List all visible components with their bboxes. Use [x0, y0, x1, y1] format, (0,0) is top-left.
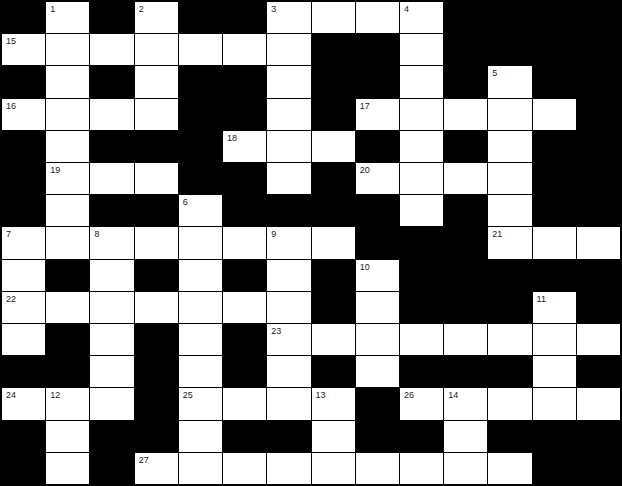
cell-r8c3-white[interactable]: 8: [90, 227, 133, 258]
cell-r7c1-black: [2, 195, 45, 226]
cell-r14c5-white[interactable]: [179, 421, 222, 452]
cell-r6c4-white[interactable]: [135, 163, 178, 194]
clue-number-24: 24: [6, 390, 16, 400]
cell-r1c12-black: [488, 2, 531, 33]
clue-number-13: 13: [316, 390, 326, 400]
cell-r7c6-black: [223, 195, 266, 226]
cell-r2c9-black: [356, 34, 399, 65]
clue-number-9: 9: [271, 229, 276, 239]
cell-r1c11-black: [444, 2, 487, 33]
clue-number-11: 11: [537, 294, 546, 304]
cell-r5c2-white[interactable]: [46, 131, 89, 162]
cell-r2c3-white[interactable]: [90, 34, 133, 65]
cell-r13c1-white[interactable]: 24: [2, 388, 45, 419]
cell-r13c13-white[interactable]: [533, 388, 576, 419]
cell-r8c6-white[interactable]: [223, 227, 266, 258]
cell-r4c10-white[interactable]: [400, 99, 443, 130]
cell-r10c6-white[interactable]: [223, 292, 266, 323]
cell-r1c2-white[interactable]: 1: [46, 2, 89, 33]
cell-r5c11-black: [444, 131, 487, 162]
cell-r6c2-white[interactable]: 19: [46, 163, 89, 194]
cell-r1c8-white[interactable]: [312, 2, 355, 33]
cell-r12c10-black: [400, 356, 443, 387]
cell-r12c12-black: [488, 356, 531, 387]
cell-r3c12-white[interactable]: 5: [488, 66, 531, 97]
cell-r12c9-white[interactable]: [356, 356, 399, 387]
cell-r7c14-black: [577, 195, 620, 226]
cell-r15c1-black: [2, 453, 45, 484]
cell-r12c6-black: [223, 356, 266, 387]
clue-number-21: 21: [492, 229, 502, 239]
cell-r9c7-white[interactable]: [267, 260, 310, 291]
clue-number-1: 1: [50, 4, 55, 14]
cell-r1c13-black: [533, 2, 576, 33]
cell-r6c1-black: [2, 163, 45, 194]
cell-r10c12-black: [488, 292, 531, 323]
cell-r3c1-black: [2, 66, 45, 97]
cell-r3c9-black: [356, 66, 399, 97]
cell-r2c14-black: [577, 34, 620, 65]
cell-r4c11-white[interactable]: [444, 99, 487, 130]
cell-r4c2-white[interactable]: [46, 99, 89, 130]
cell-r9c1-white[interactable]: [2, 260, 45, 291]
clue-number-10: 10: [360, 262, 370, 272]
clue-number-20: 20: [360, 165, 370, 175]
cell-r8c10-black: [400, 227, 443, 258]
cell-r9c11-black: [444, 260, 487, 291]
cell-r13c3-white[interactable]: [90, 388, 133, 419]
cell-r9c9-white[interactable]: 10: [356, 260, 399, 291]
clue-number-12: 12: [50, 390, 60, 400]
cell-r15c13-black: [533, 453, 576, 484]
cell-r12c8-black: [312, 356, 355, 387]
clue-number-3: 3: [271, 4, 276, 14]
cell-r5c14-black: [577, 131, 620, 162]
cell-r13c14-white[interactable]: [577, 388, 620, 419]
clue-number-23: 23: [271, 326, 281, 336]
cell-r2c12-black: [488, 34, 531, 65]
cell-r15c4-white[interactable]: 27: [135, 453, 178, 484]
cell-r15c9-white[interactable]: [356, 453, 399, 484]
cell-r10c7-white[interactable]: [267, 292, 310, 323]
cell-r3c3-black: [90, 66, 133, 97]
cell-r7c3-black: [90, 195, 133, 226]
cell-r8c1-white[interactable]: 7: [2, 227, 45, 258]
cell-r12c1-black: [2, 356, 45, 387]
cell-r13c12-white[interactable]: [488, 388, 531, 419]
cell-r5c3-black: [90, 131, 133, 162]
cell-r13c7-white[interactable]: [267, 388, 310, 419]
cell-r15c2-white[interactable]: [46, 453, 89, 484]
cell-r9c8-black: [312, 260, 355, 291]
cell-r3c8-black: [312, 66, 355, 97]
cell-r3c6-black: [223, 66, 266, 97]
cell-r12c7-white[interactable]: [267, 356, 310, 387]
clue-number-26: 26: [404, 390, 414, 400]
cell-r3c11-black: [444, 66, 487, 97]
cell-r8c4-white[interactable]: [135, 227, 178, 258]
cell-r3c7-white[interactable]: [267, 66, 310, 97]
cell-r4c7-white[interactable]: [267, 99, 310, 130]
cell-r3c13-black: [533, 66, 576, 97]
cell-r4c9-white[interactable]: 17: [356, 99, 399, 130]
cell-r5c13-black: [533, 131, 576, 162]
cell-r13c11-white[interactable]: 14: [444, 388, 487, 419]
cell-r12c14-black: [577, 356, 620, 387]
cell-r2c10-white[interactable]: [400, 34, 443, 65]
cell-r11c9-white[interactable]: [356, 324, 399, 355]
cell-r13c6-white[interactable]: [223, 388, 266, 419]
cell-r7c10-white[interactable]: [400, 195, 443, 226]
cell-r11c2-black: [46, 324, 89, 355]
cell-r11c14-white[interactable]: [577, 324, 620, 355]
cell-r7c11-black: [444, 195, 487, 226]
cell-r6c12-white[interactable]: [488, 163, 531, 194]
cell-r5c4-black: [135, 131, 178, 162]
cell-r8c7-white[interactable]: 9: [267, 227, 310, 258]
cell-r8c5-white[interactable]: [179, 227, 222, 258]
cell-r1c7-white[interactable]: 3: [267, 2, 310, 33]
cell-r9c3-white[interactable]: [90, 260, 133, 291]
cell-r5c1-black: [2, 131, 45, 162]
cell-r15c6-white[interactable]: [223, 453, 266, 484]
cell-r14c2-white[interactable]: [46, 421, 89, 452]
cell-r14c9-black: [356, 421, 399, 452]
cell-r10c10-black: [400, 292, 443, 323]
cell-r10c4-white[interactable]: [135, 292, 178, 323]
cell-r15c7-white[interactable]: [267, 453, 310, 484]
cell-r1c3-black: [90, 2, 133, 33]
cell-r12c3-white[interactable]: [90, 356, 133, 387]
cell-r2c2-white[interactable]: [46, 34, 89, 65]
clue-number-4: 4: [404, 4, 409, 14]
cell-r7c12-white[interactable]: [488, 195, 531, 226]
cell-r4c5-black: [179, 99, 222, 130]
cell-r11c13-white[interactable]: [533, 324, 576, 355]
cell-r13c8-white[interactable]: 13: [312, 388, 355, 419]
cell-r7c7-black: [267, 195, 310, 226]
cell-r14c8-white[interactable]: [312, 421, 355, 452]
cell-r4c3-white[interactable]: [90, 99, 133, 130]
cell-r2c8-black: [312, 34, 355, 65]
cell-r6c8-black: [312, 163, 355, 194]
cell-r7c2-white[interactable]: [46, 195, 89, 226]
cell-r8c8-white[interactable]: [312, 227, 355, 258]
cell-r6c5-black: [179, 163, 222, 194]
cell-r13c5-white[interactable]: 25: [179, 388, 222, 419]
cell-r3c4-white[interactable]: [135, 66, 178, 97]
clue-number-2: 2: [139, 4, 144, 14]
cell-r12c4-black: [135, 356, 178, 387]
cell-r5c9-black: [356, 131, 399, 162]
clue-number-16: 16: [6, 101, 16, 111]
cell-r11c3-white[interactable]: [90, 324, 133, 355]
cell-r10c13-white[interactable]: 11: [533, 292, 576, 323]
cell-r6c6-black: [223, 163, 266, 194]
cell-r2c7-white[interactable]: [267, 34, 310, 65]
cell-r13c2-white[interactable]: 12: [46, 388, 89, 419]
cell-r4c13-white[interactable]: [533, 99, 576, 130]
cell-r4c12-white[interactable]: [488, 99, 531, 130]
cell-r4c1-white[interactable]: 16: [2, 99, 45, 130]
clue-number-22: 22: [6, 294, 16, 304]
clue-number-19: 19: [50, 165, 60, 175]
cell-r5c5-black: [179, 131, 222, 162]
cell-r11c10-white[interactable]: [400, 324, 443, 355]
cell-r12c13-white[interactable]: [533, 356, 576, 387]
cell-r15c8-white[interactable]: [312, 453, 355, 484]
cell-r8c14-white[interactable]: [577, 227, 620, 258]
cell-r4c14-black: [577, 99, 620, 130]
cell-r14c13-black: [533, 421, 576, 452]
cell-r14c12-black: [488, 421, 531, 452]
cell-r15c11-white[interactable]: [444, 453, 487, 484]
cell-r1c14-black: [577, 2, 620, 33]
cell-r10c11-black: [444, 292, 487, 323]
cell-r2c1-white[interactable]: 15: [2, 34, 45, 65]
cell-r2c13-black: [533, 34, 576, 65]
cell-r9c6-black: [223, 260, 266, 291]
cell-r3c14-black: [577, 66, 620, 97]
cell-r14c1-black: [2, 421, 45, 452]
cell-r14c3-black: [90, 421, 133, 452]
cell-r9c2-black: [46, 260, 89, 291]
cell-r6c7-white[interactable]: [267, 163, 310, 194]
cell-r7c8-black: [312, 195, 355, 226]
cell-r5c12-white[interactable]: [488, 131, 531, 162]
cell-r8c11-black: [444, 227, 487, 258]
cell-r15c14-black: [577, 453, 620, 484]
cell-r6c11-white[interactable]: [444, 163, 487, 194]
cell-r5c7-white[interactable]: [267, 131, 310, 162]
crossword-grid: 1234155161718192067892110221123241225132…: [0, 0, 622, 486]
cell-r1c1-black: [2, 2, 45, 33]
cell-r6c3-white[interactable]: [90, 163, 133, 194]
cell-r8c13-white[interactable]: [533, 227, 576, 258]
cell-r5c10-white[interactable]: [400, 131, 443, 162]
cell-r14c4-black: [135, 421, 178, 452]
cell-r14c11-white[interactable]: [444, 421, 487, 452]
cell-r10c5-white[interactable]: [179, 292, 222, 323]
cell-r14c10-black: [400, 421, 443, 452]
cell-r11c1-white[interactable]: [2, 324, 45, 355]
cell-r1c9-white[interactable]: [356, 2, 399, 33]
cell-r9c10-black: [400, 260, 443, 291]
cell-r14c14-black: [577, 421, 620, 452]
clue-number-17: 17: [360, 101, 370, 111]
clue-number-15: 15: [6, 36, 16, 46]
clue-number-5: 5: [492, 68, 497, 78]
cell-r3c2-white[interactable]: [46, 66, 89, 97]
crossword-puzzle: 1234155161718192067892110221123241225132…: [0, 0, 622, 486]
cell-r9c4-black: [135, 260, 178, 291]
cell-r6c9-white[interactable]: 20: [356, 163, 399, 194]
cell-r8c12-white[interactable]: 21: [488, 227, 531, 258]
cell-r12c5-white[interactable]: [179, 356, 222, 387]
cell-r10c1-white[interactable]: 22: [2, 292, 45, 323]
cell-r11c11-white[interactable]: [444, 324, 487, 355]
cell-r13c9-black: [356, 388, 399, 419]
cell-r9c12-black: [488, 260, 531, 291]
clue-number-7: 7: [6, 229, 11, 239]
cell-r15c5-white[interactable]: [179, 453, 222, 484]
clue-number-25: 25: [183, 390, 193, 400]
cell-r5c6-white[interactable]: 18: [223, 131, 266, 162]
cell-r7c9-black: [356, 195, 399, 226]
cell-r7c13-black: [533, 195, 576, 226]
cell-r11c5-white[interactable]: [179, 324, 222, 355]
cell-r15c10-white[interactable]: [400, 453, 443, 484]
cell-r1c10-white[interactable]: 4: [400, 2, 443, 33]
cell-r3c10-white[interactable]: [400, 66, 443, 97]
cell-r6c14-black: [577, 163, 620, 194]
cell-r1c6-black: [223, 2, 266, 33]
cell-r6c10-white[interactable]: [400, 163, 443, 194]
clue-number-6: 6: [183, 197, 188, 207]
cell-r14c6-black: [223, 421, 266, 452]
cell-r1c4-white[interactable]: 2: [135, 2, 178, 33]
cell-r10c8-black: [312, 292, 355, 323]
cell-r4c8-black: [312, 99, 355, 130]
cell-r2c6-white[interactable]: [223, 34, 266, 65]
clue-number-18: 18: [227, 133, 237, 143]
cell-r10c2-white[interactable]: [46, 292, 89, 323]
cell-r12c11-black: [444, 356, 487, 387]
cell-r15c12-white[interactable]: [488, 453, 531, 484]
cell-r2c4-white[interactable]: [135, 34, 178, 65]
cell-r6c13-black: [533, 163, 576, 194]
cell-r5c8-white[interactable]: [312, 131, 355, 162]
cell-r11c12-white[interactable]: [488, 324, 531, 355]
clue-number-27: 27: [139, 455, 149, 465]
cell-r10c14-black: [577, 292, 620, 323]
clue-number-8: 8: [94, 229, 99, 239]
cell-r8c9-black: [356, 227, 399, 258]
cell-r1c5-black: [179, 2, 222, 33]
cell-r4c4-white[interactable]: [135, 99, 178, 130]
cell-r7c4-black: [135, 195, 178, 226]
cell-r2c5-white[interactable]: [179, 34, 222, 65]
cell-r10c9-white[interactable]: [356, 292, 399, 323]
cell-r11c8-white[interactable]: [312, 324, 355, 355]
cell-r14c7-black: [267, 421, 310, 452]
cell-r13c10-white[interactable]: 26: [400, 388, 443, 419]
cell-r8c2-white[interactable]: [46, 227, 89, 258]
cell-r12c2-black: [46, 356, 89, 387]
cell-r13c4-black: [135, 388, 178, 419]
cell-r11c7-white[interactable]: 23: [267, 324, 310, 355]
cell-r11c4-black: [135, 324, 178, 355]
clue-number-14: 14: [448, 390, 458, 400]
cell-r10c3-white[interactable]: [90, 292, 133, 323]
cell-r4c6-black: [223, 99, 266, 130]
cell-r9c5-white[interactable]: [179, 260, 222, 291]
cell-r7c5-white[interactable]: 6: [179, 195, 222, 226]
cell-r2c11-black: [444, 34, 487, 65]
cell-r9c13-black: [533, 260, 576, 291]
cell-r11c6-black: [223, 324, 266, 355]
cell-r3c5-black: [179, 66, 222, 97]
cell-r15c3-black: [90, 453, 133, 484]
cell-r9c14-black: [577, 260, 620, 291]
